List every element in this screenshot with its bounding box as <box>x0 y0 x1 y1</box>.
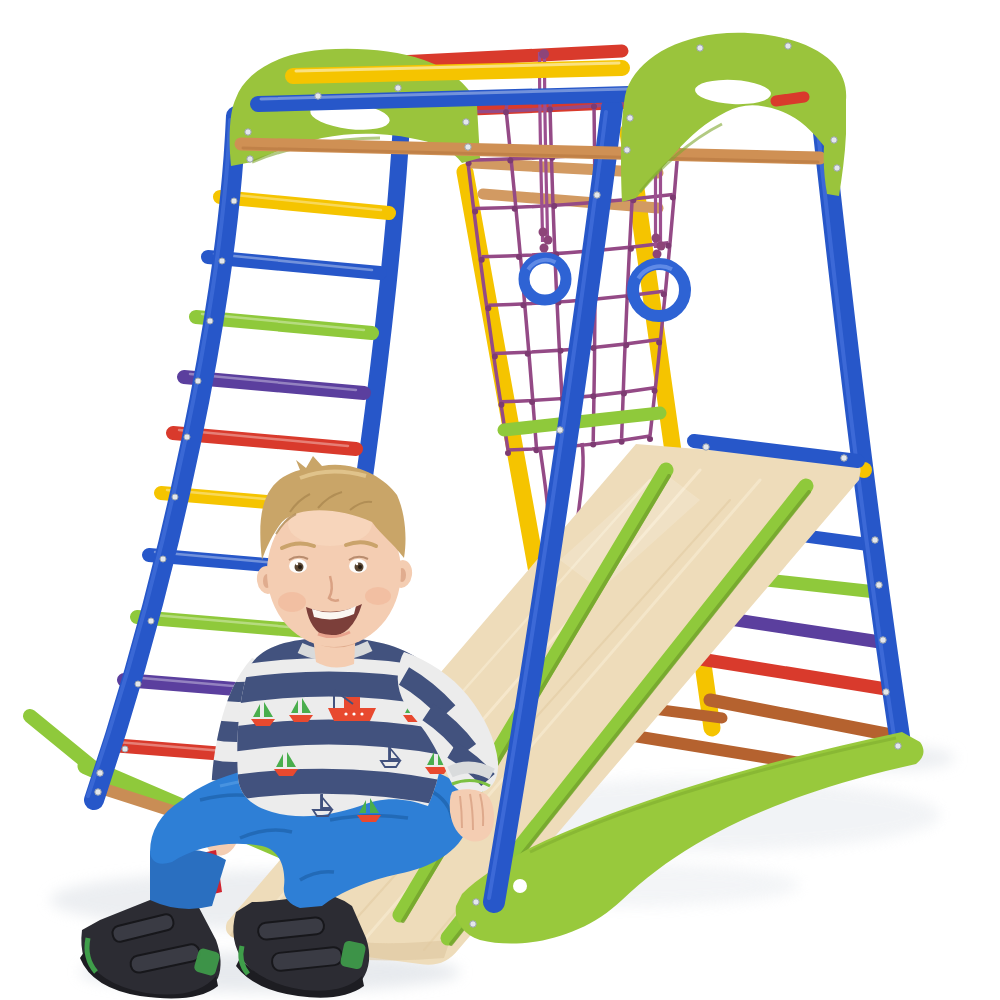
screw-3 <box>395 85 401 91</box>
net-knot <box>590 442 596 448</box>
screw-7 <box>624 147 630 153</box>
left-ladder-front-rail-highlight <box>88 120 230 796</box>
net-knot <box>547 106 553 112</box>
rail-screw-6 <box>160 556 166 562</box>
net-knot <box>652 388 658 394</box>
net-knot <box>656 339 662 345</box>
screw-14 <box>880 637 886 643</box>
net-knot <box>647 436 653 442</box>
net-knot <box>516 254 522 260</box>
screw-12 <box>872 537 878 543</box>
right-blue-leg <box>823 128 900 740</box>
left-ladder-front-rail <box>94 116 236 800</box>
net-knot <box>619 439 625 445</box>
screw-6 <box>627 115 633 121</box>
top-back-bar-red-upper <box>398 51 622 62</box>
screw-9 <box>834 165 840 171</box>
net-knot <box>507 157 513 163</box>
left-rung-blue-1 <box>208 257 380 273</box>
net-knot <box>590 345 596 351</box>
rail-screw-9 <box>122 746 128 752</box>
rail-screw-3 <box>195 378 201 384</box>
eye-left-glint <box>356 563 358 565</box>
screw-15 <box>883 689 889 695</box>
screw-20 <box>895 743 901 749</box>
screw-2 <box>315 93 321 99</box>
rail-screw-8 <box>135 681 141 687</box>
net-knot <box>492 353 498 359</box>
right-rung-wood_dark-4 <box>710 700 886 734</box>
screw-19 <box>470 921 476 927</box>
net-knot <box>551 203 557 209</box>
screw-11 <box>785 43 791 49</box>
net-knot <box>512 206 518 212</box>
cheek-left <box>365 587 391 605</box>
sleeve-left-cuff <box>450 767 492 774</box>
screw-22 <box>95 789 101 795</box>
screw-4 <box>463 119 469 125</box>
ring-knot-0-0 <box>539 228 548 237</box>
net-knot <box>520 302 526 308</box>
net-knot <box>525 351 531 357</box>
floor-runner-hole <box>513 879 527 893</box>
net-knot <box>628 246 634 252</box>
net-knot <box>661 291 667 297</box>
net-knot <box>670 195 676 201</box>
net-knot <box>558 348 564 354</box>
net-bottom-green-rung <box>504 413 660 430</box>
net-knot <box>479 257 485 263</box>
screw-18 <box>473 899 479 905</box>
net-knot <box>591 104 597 110</box>
rail-screw-0 <box>231 198 237 204</box>
net-knot <box>665 243 671 249</box>
ring-knot-0-2 <box>540 244 549 253</box>
net-knot <box>623 342 629 348</box>
ring-knot-0-1 <box>544 236 553 245</box>
scene-svg <box>0 0 1000 1000</box>
rail-screw-2 <box>207 318 213 324</box>
net-knot <box>621 391 627 397</box>
screw-5 <box>465 144 471 150</box>
rail-screw-4 <box>184 434 190 440</box>
photo-canvas <box>0 0 1000 1000</box>
screw-10 <box>697 45 703 51</box>
ring-knot-1-2 <box>653 250 662 259</box>
red-bar-showthrough <box>776 97 804 101</box>
eye-left-pupil <box>358 565 362 569</box>
net-knot <box>472 209 478 215</box>
net-knot <box>498 402 504 408</box>
cheek-right <box>278 592 306 612</box>
ring-knot-1-1 <box>657 242 666 251</box>
eye-right-pupil <box>298 565 302 569</box>
rail-screw-7 <box>148 618 154 624</box>
net-knot <box>503 109 509 115</box>
right-rung-red-3 <box>694 658 886 689</box>
rail-screw-1 <box>219 258 225 264</box>
screw-17 <box>841 455 847 461</box>
ring-knot-1-0 <box>652 234 661 243</box>
screw-21 <box>97 770 103 776</box>
screw-8 <box>831 137 837 143</box>
rope-anchor-knot-0 <box>539 49 549 59</box>
net-strand-h7 <box>508 436 650 450</box>
screw-0 <box>245 129 251 135</box>
net-knot <box>590 393 596 399</box>
net-knot <box>529 399 535 405</box>
net-knot <box>485 305 491 311</box>
screw-13 <box>876 582 882 588</box>
net-knot <box>505 450 511 456</box>
eye-right-glint <box>296 563 298 565</box>
net-knot <box>533 447 539 453</box>
screw-24 <box>557 427 563 433</box>
screw-23 <box>594 192 600 198</box>
screw-1 <box>247 156 253 162</box>
rail-screw-5 <box>172 494 178 500</box>
screw-16 <box>703 444 709 450</box>
left-rung-yellow-0 <box>220 197 389 213</box>
